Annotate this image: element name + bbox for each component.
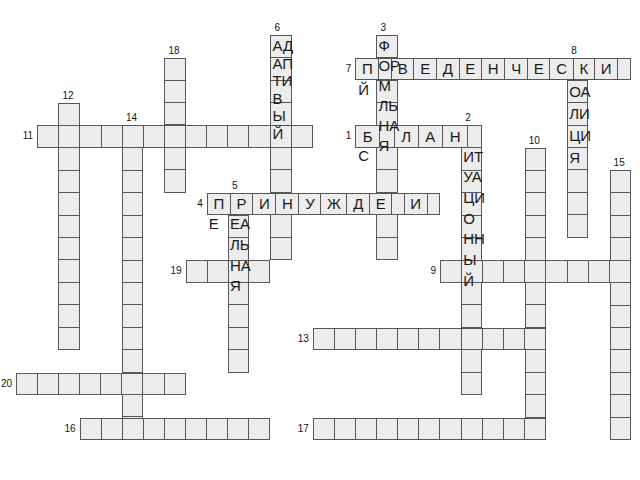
cell — [58, 126, 79, 147]
cell — [611, 417, 630, 439]
clue-number-8: 8 — [571, 46, 577, 56]
cell — [123, 282, 142, 304]
cell — [123, 260, 142, 282]
word-10-down: 10 — [525, 148, 546, 441]
cell — [248, 261, 269, 282]
cell: Д — [436, 59, 459, 80]
cell — [165, 59, 184, 80]
cell — [611, 305, 630, 327]
cell — [526, 237, 545, 259]
word-17-across: 17 — [313, 418, 546, 441]
cell — [427, 194, 439, 215]
stray-letter: С — [358, 147, 369, 165]
cell — [229, 349, 248, 371]
letters-6-down: АДАПТИВЫЙ — [272, 37, 293, 142]
cell — [526, 192, 545, 214]
clue-number-2: 2 — [465, 113, 471, 123]
cell: Е — [527, 59, 550, 80]
cell — [611, 282, 630, 304]
cell — [526, 282, 545, 304]
cell — [588, 261, 609, 282]
cell — [397, 419, 418, 440]
cell — [123, 147, 142, 169]
cell: У — [298, 194, 320, 215]
cell — [611, 327, 630, 349]
clue-number-18: 18 — [168, 46, 179, 56]
cell — [123, 304, 142, 326]
cell — [377, 214, 396, 236]
cell — [123, 349, 142, 371]
cell — [397, 329, 418, 350]
letters-8-down: ОАЛИЦИЯ — [569, 59, 591, 169]
cell — [461, 419, 482, 440]
cell — [545, 261, 566, 282]
cell — [59, 104, 78, 125]
cell — [59, 304, 78, 326]
cell — [524, 419, 545, 440]
letters-2-down: ИТУАЦИОННЫЙ — [463, 126, 485, 292]
letters-5-down: ЕАЛЬНАЯ — [230, 194, 251, 297]
cell — [611, 349, 630, 371]
cell — [165, 169, 184, 191]
cell — [377, 169, 396, 191]
cell — [462, 349, 481, 371]
cell — [123, 394, 142, 416]
cell — [164, 374, 185, 395]
cell — [526, 372, 545, 394]
cell — [314, 329, 334, 350]
cell — [165, 147, 184, 169]
clue-number-5: 5 — [232, 181, 238, 191]
cell — [314, 419, 334, 440]
clue-number-17: 17 — [298, 424, 309, 434]
cell — [122, 126, 143, 147]
cell: П — [356, 59, 378, 80]
cell — [291, 126, 312, 147]
cell — [376, 329, 397, 350]
cell — [123, 237, 142, 259]
cell: П — [208, 194, 230, 215]
cell — [503, 419, 524, 440]
cell — [418, 329, 439, 350]
cell: Е — [413, 59, 436, 80]
clue-number-15: 15 — [614, 158, 625, 168]
clue-number-11: 11 — [23, 131, 33, 141]
cell — [482, 329, 503, 350]
word-15-down: 15 — [610, 170, 631, 440]
cell — [101, 126, 122, 147]
cell: Ч — [504, 59, 526, 80]
clue-number-6: 6 — [274, 23, 280, 33]
cell — [503, 329, 524, 350]
cell — [123, 170, 142, 192]
cell — [611, 237, 630, 259]
cell — [568, 192, 587, 214]
stray-letter: Е — [209, 215, 219, 233]
cell — [100, 374, 121, 395]
cell — [164, 419, 185, 440]
cell — [526, 149, 545, 170]
cell — [17, 374, 37, 395]
cell — [611, 192, 630, 214]
cell — [248, 419, 269, 440]
cell — [376, 419, 397, 440]
cell — [524, 261, 545, 282]
word-16-across: 16 — [80, 418, 271, 441]
word-20-across: 20 — [16, 373, 186, 396]
cell — [334, 329, 355, 350]
cell — [123, 192, 142, 214]
cell — [355, 419, 376, 440]
cell — [568, 169, 587, 191]
cell — [567, 261, 588, 282]
cell — [143, 126, 164, 147]
cell — [355, 329, 376, 350]
cell — [59, 282, 78, 304]
cell — [206, 126, 227, 147]
cell — [526, 215, 545, 237]
clue-number-1: 1 — [346, 131, 352, 141]
letters-3-down: ФОРМЛЬНАЯ — [378, 36, 400, 156]
cell — [271, 214, 290, 236]
cell — [37, 374, 58, 395]
cell — [418, 419, 439, 440]
cell — [248, 126, 269, 147]
cell — [229, 327, 248, 349]
cell — [482, 419, 503, 440]
cell — [123, 327, 142, 349]
cell — [439, 329, 460, 350]
cell — [81, 419, 101, 440]
cell — [101, 419, 122, 440]
cell — [58, 374, 79, 395]
cell — [271, 169, 290, 191]
clue-number-4: 4 — [197, 199, 203, 209]
cell: Д — [346, 194, 368, 215]
cell — [59, 259, 78, 281]
clue-number-20: 20 — [1, 379, 12, 389]
cell — [609, 261, 630, 282]
cell: Н — [275, 194, 298, 215]
cell — [142, 374, 163, 395]
cell — [143, 419, 164, 440]
cell — [59, 170, 78, 192]
cell — [441, 261, 461, 282]
cell — [526, 304, 545, 326]
cell — [611, 394, 630, 416]
cell — [165, 102, 184, 124]
cell — [611, 372, 630, 394]
cell — [185, 419, 206, 440]
clue-number-3: 3 — [380, 23, 386, 33]
cell: А — [418, 126, 442, 147]
cell — [524, 329, 545, 350]
cell: И — [252, 194, 275, 215]
cell — [229, 304, 248, 326]
cell — [439, 419, 460, 440]
cell — [79, 374, 100, 395]
cell — [79, 126, 100, 147]
cell: Е — [459, 59, 482, 80]
clue-number-10: 10 — [529, 136, 540, 146]
cell — [526, 394, 545, 416]
cell — [59, 237, 78, 259]
cell — [462, 304, 481, 326]
cell: Е — [369, 194, 391, 215]
cell — [59, 327, 78, 349]
cell — [271, 147, 290, 169]
word-19-across: 19 — [186, 260, 271, 283]
cell — [164, 126, 185, 147]
cell — [617, 59, 629, 80]
cell: Б — [356, 126, 379, 147]
word-13-across: 13 — [313, 328, 546, 351]
cell — [59, 215, 78, 237]
clue-number-9: 9 — [430, 266, 436, 276]
cell — [462, 372, 481, 394]
cell: Ж — [320, 194, 346, 215]
cell — [227, 126, 248, 147]
cell — [461, 329, 482, 350]
cell — [503, 261, 524, 282]
crossword-board: 235681012141518БЛАН1ПРИНУЖДЕИ4ПВЕДЕНЧЕСК… — [0, 0, 640, 480]
cell — [38, 126, 58, 147]
clue-number-19: 19 — [170, 266, 181, 276]
cell — [165, 80, 184, 102]
cell — [611, 171, 630, 192]
clue-number-7: 7 — [346, 64, 352, 74]
cell: И — [404, 194, 427, 215]
cell: И — [594, 59, 617, 80]
cell — [206, 419, 227, 440]
cell — [227, 419, 248, 440]
cell — [611, 215, 630, 237]
cell — [391, 194, 403, 215]
cell — [59, 147, 78, 169]
cell — [122, 419, 143, 440]
cell — [123, 215, 142, 237]
cell: Н — [481, 59, 504, 80]
clue-number-14: 14 — [126, 113, 137, 123]
cell — [187, 261, 207, 282]
stray-letter: Й — [358, 81, 369, 99]
clue-number-13: 13 — [298, 334, 309, 344]
cell — [271, 237, 290, 259]
clue-number-16: 16 — [64, 424, 75, 434]
cell — [59, 192, 78, 214]
cell — [526, 349, 545, 371]
cell — [334, 419, 355, 440]
cell — [482, 261, 503, 282]
cell — [121, 374, 142, 395]
cell — [377, 237, 396, 259]
clue-number-12: 12 — [62, 91, 73, 101]
cell — [568, 214, 587, 236]
cell — [526, 170, 545, 192]
cell — [207, 261, 228, 282]
cell — [185, 126, 206, 147]
